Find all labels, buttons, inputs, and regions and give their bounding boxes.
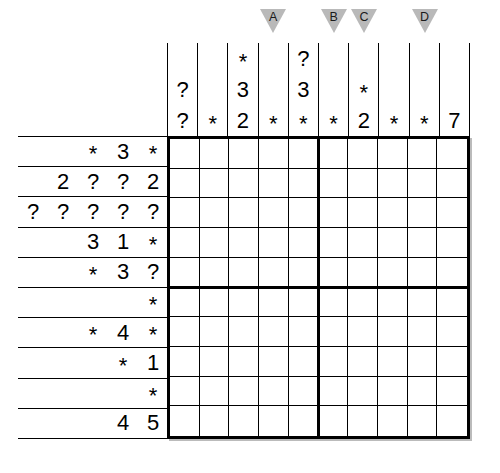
- marker-C: C: [351, 9, 377, 33]
- grid-cell-r3c6[interactable]: [319, 198, 349, 228]
- clue-entry: *: [138, 320, 168, 346]
- grid-cell-r1c1[interactable]: [170, 139, 200, 169]
- grid-cell-r3c10[interactable]: [437, 198, 467, 228]
- clue-entry: 2: [48, 169, 78, 195]
- row-clue-4: 31*: [18, 227, 168, 257]
- col-clue-6: *: [318, 43, 348, 136]
- clue-entry: 3: [108, 139, 138, 165]
- grid-cell-r10c10[interactable]: [437, 406, 467, 436]
- asterisk-wildcard: *: [239, 49, 248, 74]
- row-clue-6: *: [18, 287, 168, 317]
- asterisk-wildcard: *: [299, 111, 308, 136]
- row-clue-9: *: [18, 378, 168, 408]
- grid-cell-r9c6[interactable]: [319, 377, 349, 407]
- clue-entry: ?: [18, 199, 48, 225]
- clue-entry: ?: [138, 259, 168, 285]
- grid-cell-r1c8[interactable]: [378, 139, 408, 169]
- grid-cell-r8c1[interactable]: [170, 347, 200, 377]
- grid-cell-r6c3[interactable]: [229, 288, 259, 318]
- asterisk-wildcard: *: [269, 111, 278, 136]
- clue-entry: 5: [138, 410, 168, 436]
- grid-cell-r8c3[interactable]: [229, 347, 259, 377]
- grid-cell-r4c6[interactable]: [319, 228, 349, 258]
- clue-entry: 1: [138, 350, 168, 376]
- clue-entry: 3: [289, 74, 318, 105]
- grid-cell-r3c5[interactable]: [289, 198, 319, 228]
- grid-cell-r9c4[interactable]: [259, 377, 289, 407]
- col-clue-1: ??: [167, 43, 197, 136]
- clue-entry: *: [349, 74, 378, 105]
- puzzle-grid: [167, 136, 470, 439]
- grid-cell-r5c2[interactable]: [200, 258, 230, 288]
- clue-entry: *: [78, 320, 108, 346]
- grid-cell-r6c10[interactable]: [437, 288, 467, 318]
- clue-entry: *: [289, 105, 318, 136]
- clue-entry: ?: [78, 199, 108, 225]
- grid-cell-r8c2[interactable]: [200, 347, 230, 377]
- grid-cell-r9c9[interactable]: [408, 377, 438, 407]
- row-clue-2: 2??2: [18, 166, 168, 196]
- grid-cell-r2c9[interactable]: [408, 169, 438, 199]
- grid-cell-r10c4[interactable]: [259, 406, 289, 436]
- grid-cell-r7c3[interactable]: [229, 317, 259, 347]
- grid-cell-r4c1[interactable]: [170, 228, 200, 258]
- grid-cell-r5c9[interactable]: [408, 258, 438, 288]
- grid-cell-r10c2[interactable]: [200, 406, 230, 436]
- col-clue-7: *2: [348, 43, 378, 136]
- asterisk-wildcard: *: [390, 111, 399, 136]
- asterisk-wildcard: *: [89, 141, 98, 166]
- clue-entry: *: [259, 105, 288, 136]
- grid-cell-r4c2[interactable]: [200, 228, 230, 258]
- clue-entry: *: [138, 139, 168, 165]
- grid-cell-r7c4[interactable]: [259, 317, 289, 347]
- column-clues: ??**32*?3***2**7: [167, 43, 470, 136]
- clue-entry: *: [78, 259, 108, 285]
- clue-entry: ?: [78, 169, 108, 195]
- grid-cell-r2c3[interactable]: [229, 169, 259, 199]
- grid-cell-r5c7[interactable]: [348, 258, 378, 288]
- grid-cell-r5c10[interactable]: [437, 258, 467, 288]
- grid-cell-r9c10[interactable]: [437, 377, 467, 407]
- col-clue-2: *: [197, 43, 227, 136]
- grid-cell-r4c8[interactable]: [378, 228, 408, 258]
- grid-cell-r3c8[interactable]: [378, 198, 408, 228]
- grid-cell-r9c8[interactable]: [378, 377, 408, 407]
- clue-entry: ?: [108, 169, 138, 195]
- asterisk-wildcard: *: [119, 353, 128, 378]
- col-clue-4: *: [258, 43, 288, 136]
- grid-cell-r5c6[interactable]: [319, 258, 349, 288]
- marker-B: B: [321, 9, 347, 33]
- grid-cell-r5c1[interactable]: [170, 258, 200, 288]
- puzzle-screenshot: ABCD ??**32*?3***2**7 *3*2??2?????31**3?…: [0, 0, 500, 473]
- grid-cell-r2c6[interactable]: [319, 169, 349, 199]
- grid-cell-r6c2[interactable]: [200, 288, 230, 318]
- grid-cell-r1c9[interactable]: [408, 139, 438, 169]
- grid-cell-r2c4[interactable]: [259, 169, 289, 199]
- clue-entry: 4: [108, 320, 138, 346]
- clue-entry: 2: [349, 105, 378, 136]
- clue-entry: ?: [168, 105, 197, 136]
- clue-entry: *: [379, 105, 408, 136]
- grid-cell-r4c9[interactable]: [408, 228, 438, 258]
- grid-cell-r8c5[interactable]: [289, 347, 319, 377]
- grid-cell-r5c4[interactable]: [259, 258, 289, 288]
- grid-cell-r7c9[interactable]: [408, 317, 438, 347]
- grid-cell-r4c10[interactable]: [437, 228, 467, 258]
- grid-cell-r1c6[interactable]: [319, 139, 349, 169]
- grid-cell-r7c10[interactable]: [437, 317, 467, 347]
- grid-cell-r4c4[interactable]: [259, 228, 289, 258]
- clue-entry: ?: [168, 74, 197, 105]
- grid-cell-r7c7[interactable]: [348, 317, 378, 347]
- grid-cell-r1c3[interactable]: [229, 139, 259, 169]
- asterisk-wildcard: *: [149, 383, 158, 408]
- marker-label: B: [321, 10, 347, 24]
- clue-entry: *: [198, 105, 227, 136]
- grid-cell-r1c10[interactable]: [437, 139, 467, 169]
- grid-cell-r2c10[interactable]: [437, 169, 467, 199]
- grid-cell-r3c2[interactable]: [200, 198, 230, 228]
- grid-cell-r5c5[interactable]: [289, 258, 319, 288]
- asterisk-wildcard: *: [149, 292, 158, 317]
- marker-label: D: [412, 10, 438, 24]
- asterisk-wildcard: *: [209, 111, 218, 136]
- grid-cell-r10c1[interactable]: [170, 406, 200, 436]
- grid-cell-r10c9[interactable]: [408, 406, 438, 436]
- grid-cell-r7c1[interactable]: [170, 317, 200, 347]
- grid-cell-r4c7[interactable]: [348, 228, 378, 258]
- clue-entry: ?: [48, 199, 78, 225]
- grid-cell-r1c4[interactable]: [259, 139, 289, 169]
- clue-entry: 1: [108, 229, 138, 255]
- grid-cell-r2c1[interactable]: [170, 169, 200, 199]
- row-clue-7: *4*: [18, 317, 168, 347]
- grid-cell-r3c3[interactable]: [229, 198, 259, 228]
- col-clue-8: *: [378, 43, 408, 136]
- clue-entry: 3: [108, 259, 138, 285]
- grid-cell-r8c6[interactable]: [319, 347, 349, 377]
- grid-cell-r4c5[interactable]: [289, 228, 319, 258]
- col-clue-3: *32: [227, 43, 257, 136]
- clue-entry: 3: [78, 229, 108, 255]
- grid-cell-r1c5[interactable]: [289, 139, 319, 169]
- grid-cell-r6c1[interactable]: [170, 288, 200, 318]
- grid-cell-r2c7[interactable]: [348, 169, 378, 199]
- grid-cell-r6c8[interactable]: [378, 288, 408, 318]
- grid-cell-r7c6[interactable]: [319, 317, 349, 347]
- clue-entry: 3: [228, 74, 257, 105]
- asterisk-wildcard: *: [420, 111, 429, 136]
- grid-cell-r4c3[interactable]: [229, 228, 259, 258]
- clue-entry: ?: [108, 199, 138, 225]
- row-clue-3: ?????: [18, 196, 168, 226]
- grid-cell-r2c5[interactable]: [289, 169, 319, 199]
- grid-cell-r6c9[interactable]: [408, 288, 438, 318]
- grid-cell-r10c3[interactable]: [229, 406, 259, 436]
- grid-cell-r9c3[interactable]: [229, 377, 259, 407]
- marker-label: A: [260, 10, 286, 24]
- grid-cell-r8c9[interactable]: [408, 347, 438, 377]
- col-clue-10: 7: [439, 43, 469, 136]
- grid-cell-r9c5[interactable]: [289, 377, 319, 407]
- clue-entry: 2: [138, 169, 168, 195]
- marker-A: A: [260, 9, 286, 33]
- grid-cell-r8c10[interactable]: [437, 347, 467, 377]
- clue-entry: 7: [440, 105, 469, 136]
- grid-cell-r6c4[interactable]: [259, 288, 289, 318]
- row-clue-1: *3*: [18, 136, 168, 166]
- asterisk-wildcard: *: [360, 80, 369, 105]
- grid-cell-r10c8[interactable]: [378, 406, 408, 436]
- grid-cell-r1c7[interactable]: [348, 139, 378, 169]
- grid-cell-r10c7[interactable]: [348, 406, 378, 436]
- clue-entry: *: [138, 380, 168, 406]
- grid-cell-r8c7[interactable]: [348, 347, 378, 377]
- asterisk-wildcard: *: [89, 322, 98, 347]
- grid-cell-r9c1[interactable]: [170, 377, 200, 407]
- row-clue-8: *1: [18, 347, 168, 377]
- grid-cell-r3c1[interactable]: [170, 198, 200, 228]
- grid-cell-r10c5[interactable]: [289, 406, 319, 436]
- marker-label: C: [351, 10, 377, 24]
- grid-cell-r8c8[interactable]: [378, 347, 408, 377]
- clue-entry: ?: [138, 199, 168, 225]
- col-clue-9: *: [409, 43, 439, 136]
- grid-cell-r9c2[interactable]: [200, 377, 230, 407]
- row-clue-10: 45: [18, 408, 168, 438]
- clue-entry: *: [138, 290, 168, 316]
- asterisk-wildcard: *: [149, 141, 158, 166]
- grid-cell-r7c8[interactable]: [378, 317, 408, 347]
- grid-cell-r3c7[interactable]: [348, 198, 378, 228]
- grid-cell-r6c5[interactable]: [289, 288, 319, 318]
- grid-cell-r5c8[interactable]: [378, 258, 408, 288]
- row-clue-5: *3?: [18, 257, 168, 287]
- clue-entry: ?: [289, 43, 318, 74]
- asterisk-wildcard: *: [329, 111, 338, 136]
- grid-cell-r10c6[interactable]: [319, 406, 349, 436]
- grid-cell-r2c8[interactable]: [378, 169, 408, 199]
- clue-entry: *: [78, 139, 108, 165]
- clue-entry: *: [319, 105, 348, 136]
- clue-entry: 2: [228, 105, 257, 136]
- grid-cell-r8c4[interactable]: [259, 347, 289, 377]
- col-clue-5: ?3*: [288, 43, 318, 136]
- grid-cell-r7c5[interactable]: [289, 317, 319, 347]
- clue-entry: *: [228, 43, 257, 74]
- quadrant-divider-horizontal: [170, 286, 467, 289]
- grid-cell-r9c7[interactable]: [348, 377, 378, 407]
- clue-entry: *: [138, 229, 168, 255]
- asterisk-wildcard: *: [149, 232, 158, 257]
- grid-cell-r6c6[interactable]: [319, 288, 349, 318]
- grid-cell-r1c2[interactable]: [200, 139, 230, 169]
- asterisk-wildcard: *: [149, 322, 158, 347]
- clue-entry: 4: [108, 410, 138, 436]
- grid-cell-r3c9[interactable]: [408, 198, 438, 228]
- marker-D: D: [412, 9, 438, 33]
- grid-cell-r6c7[interactable]: [348, 288, 378, 318]
- grid-cell-r3c4[interactable]: [259, 198, 289, 228]
- grid-cell-r2c2[interactable]: [200, 169, 230, 199]
- grid-cell-r5c3[interactable]: [229, 258, 259, 288]
- clue-entry: *: [410, 105, 439, 136]
- row-clues: *3*2??2?????31**3?**4**1*45: [18, 136, 167, 439]
- asterisk-wildcard: *: [89, 262, 98, 287]
- clue-entry: *: [108, 350, 138, 376]
- grid-cell-r7c2[interactable]: [200, 317, 230, 347]
